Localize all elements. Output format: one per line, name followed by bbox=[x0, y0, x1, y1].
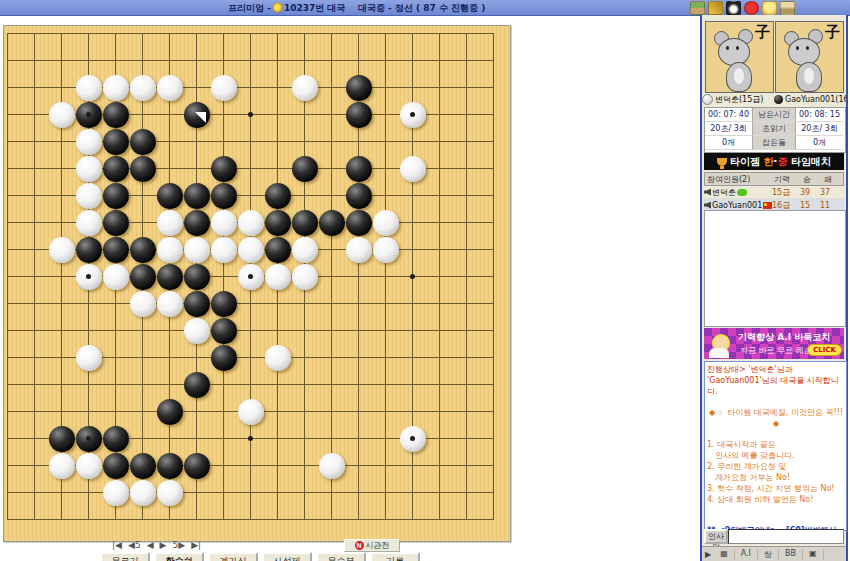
stone-black bbox=[184, 264, 210, 290]
roster-row[interactable]: 변덕춘15급3937 bbox=[704, 186, 844, 199]
clock-value: 00: 08: 15 bbox=[796, 108, 843, 122]
stone-black bbox=[103, 210, 129, 236]
stone-white bbox=[238, 237, 264, 263]
stone-black bbox=[184, 291, 210, 317]
chat-line: 4. 상대 회원 비하 발언은 No! bbox=[707, 494, 845, 505]
chat-input-row: 인사말 bbox=[704, 529, 844, 544]
star-point bbox=[410, 436, 415, 441]
stone-white bbox=[49, 237, 75, 263]
chat-line: 계가요청 거부는 No! bbox=[707, 472, 845, 483]
roster-rank: 16급 bbox=[772, 200, 800, 211]
mouse-belly-icon bbox=[804, 68, 814, 84]
action-button[interactable]: 기록 bbox=[370, 552, 420, 561]
stone-white bbox=[76, 129, 102, 155]
stone-white bbox=[49, 102, 75, 128]
stone-white bbox=[184, 318, 210, 344]
speaker-icon bbox=[704, 189, 711, 196]
clock-value: 20초/ 3회 bbox=[796, 122, 843, 136]
action-button[interactable]: 사석제거신청 bbox=[262, 552, 312, 561]
stone-black bbox=[184, 453, 210, 479]
new-watch-button[interactable]: N 시관전 bbox=[344, 539, 400, 552]
stone-white bbox=[373, 210, 399, 236]
lamp-icon[interactable] bbox=[762, 1, 777, 15]
stone-black bbox=[157, 264, 183, 290]
roster-losses: 11 bbox=[820, 201, 840, 210]
stone-black bbox=[103, 183, 129, 209]
stone-black bbox=[157, 399, 183, 425]
nav-button[interactable]: ◀ bbox=[147, 540, 154, 550]
chat-line: ◆ ☞ 타이젬 대국예절, 이것만은 꼭!!! ◆ bbox=[707, 407, 845, 429]
stone-black bbox=[319, 210, 345, 236]
roster-wins: 15 bbox=[800, 201, 820, 210]
banner-text-part: 한 bbox=[764, 156, 774, 167]
stone-white bbox=[157, 291, 183, 317]
stones-layer bbox=[4, 26, 510, 541]
speaker-icon bbox=[704, 202, 711, 209]
star-point bbox=[410, 274, 415, 279]
stone-black bbox=[211, 318, 237, 344]
clock-label: 잡은돌 bbox=[752, 136, 796, 150]
stone-black bbox=[346, 75, 372, 101]
sidebar: 子 子 변덕춘(15급) GaoYuan bbox=[700, 15, 848, 561]
black-stone-icon bbox=[774, 95, 783, 104]
stone-black bbox=[346, 183, 372, 209]
stone-black bbox=[130, 453, 156, 479]
move-navigation: |◀◀5◀▶5▶▶| bbox=[112, 540, 201, 550]
stone-black bbox=[346, 210, 372, 236]
member-badge-icon bbox=[737, 189, 747, 196]
black-player-avatar: 子 bbox=[775, 21, 844, 93]
home-icon[interactable] bbox=[690, 1, 705, 15]
tygem-game-window: 프리미엄 -10237번 대국 대국중 - 정선 ( 87 수 진행중 ) |◀… bbox=[0, 0, 850, 561]
stone-white bbox=[292, 237, 318, 263]
stone-black bbox=[157, 453, 183, 479]
stone-white bbox=[211, 237, 237, 263]
nav-button[interactable]: ◀5 bbox=[128, 540, 141, 550]
star-point bbox=[248, 112, 253, 117]
stone-white bbox=[238, 210, 264, 236]
nav-button[interactable]: ▶| bbox=[191, 540, 201, 550]
roster-wins: 39 bbox=[800, 188, 820, 197]
stone-white bbox=[346, 237, 372, 263]
banner-text-part: 중 bbox=[777, 156, 787, 167]
roster-player-name: 변덕춘 bbox=[712, 187, 736, 198]
board-grid-icon[interactable]: ▦ bbox=[714, 549, 735, 560]
greeting-button[interactable]: 인사말 bbox=[704, 529, 728, 544]
stone-black bbox=[346, 102, 372, 128]
ad-banner[interactable]: 기력향상 A.I 바둑코치 지금 바로 무료 레슨 CLICK bbox=[704, 328, 844, 359]
roster-player-name: GaoYuan001 bbox=[712, 201, 762, 210]
player-names: 변덕춘(15급) GaoYuan001(16급) bbox=[702, 93, 846, 106]
clock-value: 00: 07: 40 bbox=[705, 108, 752, 122]
stone-white bbox=[238, 399, 264, 425]
stone-white bbox=[130, 480, 156, 506]
stone-white bbox=[292, 75, 318, 101]
ai-icon[interactable]: A.I bbox=[735, 549, 758, 560]
stone-white bbox=[319, 453, 345, 479]
chat-line bbox=[707, 515, 845, 525]
stone-white bbox=[157, 480, 183, 506]
titlebar-icons bbox=[690, 1, 795, 15]
roster-table: 참여인원(2) 기력 승 패 변덕춘15급3937GaoYuan00116급15… bbox=[704, 172, 844, 212]
stone-white bbox=[157, 75, 183, 101]
stone-white bbox=[400, 156, 426, 182]
chat-input[interactable] bbox=[728, 529, 844, 544]
chat-log: 진행상태> '변덕춘'님과 'GaoYuan001'님의 대국을 시작합니다.◆… bbox=[704, 361, 847, 531]
stone-black bbox=[130, 156, 156, 182]
black-player-name: GaoYuan001(16급) bbox=[774, 93, 846, 106]
window-icon[interactable]: ▣ bbox=[803, 549, 824, 560]
go-board[interactable] bbox=[3, 25, 511, 542]
stone-black bbox=[184, 183, 210, 209]
stone-white bbox=[265, 264, 291, 290]
users-icon[interactable]: 쌍 bbox=[758, 549, 779, 560]
stone-black bbox=[130, 264, 156, 290]
stone-black bbox=[103, 453, 129, 479]
avatar-hanja: 子 bbox=[755, 23, 770, 42]
stone-black bbox=[103, 102, 129, 128]
ad-click-button[interactable]: CLICK bbox=[807, 344, 842, 356]
roster-list-body bbox=[704, 210, 846, 327]
stone-white bbox=[76, 156, 102, 182]
chat-line bbox=[707, 505, 845, 515]
clock-panel: 00: 07: 40남은시간00: 08: 1520초/ 3회초읽기20초/ 3… bbox=[704, 107, 846, 153]
nav-button[interactable]: ▶ bbox=[160, 540, 167, 550]
star-point bbox=[248, 274, 253, 279]
stone-black bbox=[292, 210, 318, 236]
ad-subline: 지금 바로 무료 레슨 bbox=[740, 345, 812, 356]
stone-black bbox=[211, 156, 237, 182]
stone-black bbox=[130, 129, 156, 155]
action-button[interactable]: 계가신청 bbox=[208, 552, 258, 561]
star-icon bbox=[273, 3, 282, 12]
window-title: 프리미엄 -10237번 대국 대국중 - 정선 ( 87 수 진행중 ) bbox=[228, 2, 485, 15]
banner-text: 타이젬 한·중 타임매치 bbox=[730, 155, 831, 169]
stone-black bbox=[292, 156, 318, 182]
last-move-marker-icon bbox=[195, 112, 206, 123]
stone-black bbox=[211, 345, 237, 371]
white-player-avatar: 子 bbox=[705, 21, 774, 93]
bb-icon[interactable]: BB bbox=[779, 549, 803, 560]
star-point bbox=[86, 112, 91, 117]
chat-line bbox=[707, 429, 845, 439]
nav-button[interactable]: 5▶ bbox=[172, 540, 185, 550]
star-point bbox=[86, 436, 91, 441]
clock-label: 초읽기 bbox=[752, 122, 796, 136]
clock-value: 0개 bbox=[796, 136, 843, 150]
chat-line: 2. 무리한 계가요청 및 bbox=[707, 461, 845, 472]
stone-white bbox=[130, 291, 156, 317]
game-action-buttons: 무르기한수쉼계가신청사석제거신청무승부신청기록 bbox=[100, 552, 420, 561]
chat-line bbox=[707, 397, 845, 407]
action-button[interactable]: 한수쉼 bbox=[154, 552, 204, 561]
event-banner: 타이젬 한·중 타임매치 bbox=[704, 153, 844, 170]
roster-header: 참여인원(2) 기력 승 패 bbox=[704, 172, 844, 186]
banner-text-part: 타이젬 bbox=[730, 156, 763, 167]
clock-label: 남은시간 bbox=[752, 108, 796, 122]
stone-white bbox=[103, 480, 129, 506]
paint-icon[interactable] bbox=[708, 1, 723, 15]
chat-line: 인사의 예를 갖춥니다. bbox=[707, 450, 845, 461]
timer-icon[interactable] bbox=[744, 1, 759, 15]
clock-value: 0개 bbox=[705, 136, 752, 150]
stone-white bbox=[292, 264, 318, 290]
ad-girl-icon bbox=[709, 348, 729, 358]
stone-black bbox=[184, 102, 210, 128]
stone-black bbox=[49, 426, 75, 452]
stone-white bbox=[76, 75, 102, 101]
stone-white bbox=[157, 237, 183, 263]
stone-black bbox=[265, 210, 291, 236]
n-badge-icon: N bbox=[355, 541, 364, 550]
stone-white bbox=[184, 237, 210, 263]
stone-black bbox=[157, 183, 183, 209]
clock-value: 20초/ 3회 bbox=[705, 122, 752, 136]
toolbar-expand-icon[interactable]: ▶ bbox=[702, 550, 714, 559]
stone-white bbox=[49, 453, 75, 479]
banner-text-part: 타임매치 bbox=[787, 156, 830, 167]
chat-line: 1. 대국시작과 끝은 bbox=[707, 439, 845, 450]
stone-black bbox=[103, 129, 129, 155]
ad-headline: 기력향상 A.I 바둑코치 bbox=[738, 331, 830, 344]
penguin-icon[interactable] bbox=[726, 1, 741, 15]
stone-white bbox=[373, 237, 399, 263]
stone-white bbox=[103, 264, 129, 290]
mouse-eye-icon bbox=[726, 46, 729, 50]
stone-white bbox=[76, 183, 102, 209]
stone-black bbox=[103, 426, 129, 452]
star-point bbox=[86, 274, 91, 279]
stone-white bbox=[103, 75, 129, 101]
mouse-eye-icon bbox=[806, 46, 809, 50]
stone-black bbox=[103, 156, 129, 182]
stone-black bbox=[265, 237, 291, 263]
action-button[interactable]: 무승부신청 bbox=[316, 552, 366, 561]
stone-black bbox=[184, 372, 210, 398]
action-button[interactable]: 무르기 bbox=[100, 552, 150, 561]
mouse-belly-icon bbox=[734, 68, 744, 84]
avatar-hanja: 子 bbox=[825, 23, 840, 42]
mouse-eye-icon bbox=[736, 46, 739, 50]
stone-white bbox=[76, 345, 102, 371]
mouse-eye-icon bbox=[796, 46, 799, 50]
stone-black bbox=[346, 156, 372, 182]
star-point bbox=[410, 112, 415, 117]
stone-white bbox=[211, 75, 237, 101]
title-bar: 프리미엄 -10237번 대국 대국중 - 정선 ( 87 수 진행중 ) bbox=[0, 0, 850, 16]
stone-black bbox=[211, 291, 237, 317]
nav-button[interactable]: |◀ bbox=[112, 540, 122, 550]
stone-white bbox=[76, 453, 102, 479]
stone-white bbox=[130, 75, 156, 101]
china-flag-icon bbox=[763, 202, 772, 209]
chat-line: 3. 헛수 착점, 시간 지연 행위는 No! bbox=[707, 483, 845, 494]
white-stone-icon bbox=[702, 94, 713, 105]
roster-rank: 15급 bbox=[772, 187, 800, 198]
stone-white bbox=[211, 210, 237, 236]
white-player-name: 변덕춘(15급) bbox=[702, 93, 774, 106]
stone-black bbox=[265, 183, 291, 209]
stone-white bbox=[157, 210, 183, 236]
roster-losses: 37 bbox=[820, 188, 840, 197]
stone-black bbox=[184, 210, 210, 236]
sidebar-toolbar: ▶ ▦A.I쌍BB▣ bbox=[702, 546, 846, 561]
stone-black bbox=[211, 183, 237, 209]
star-point bbox=[248, 436, 253, 441]
stone-black bbox=[130, 237, 156, 263]
chat-line: 진행상태> '변덕춘'님과 'GaoYuan001'님의 대국을 시작합니다. bbox=[707, 364, 845, 397]
tray-icon[interactable] bbox=[780, 1, 795, 15]
stone-white bbox=[76, 210, 102, 236]
stone-black bbox=[103, 237, 129, 263]
stone-black bbox=[76, 237, 102, 263]
trophy-icon bbox=[717, 158, 727, 166]
stone-white bbox=[265, 345, 291, 371]
